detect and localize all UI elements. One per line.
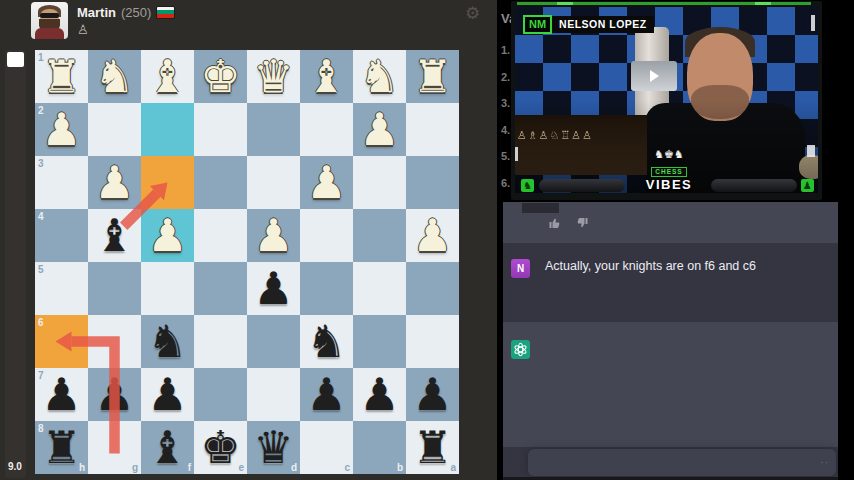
square-f8[interactable]: ♝f — [141, 421, 194, 474]
file-label-f: f — [188, 462, 191, 473]
square-a3[interactable] — [406, 156, 459, 209]
square-e5[interactable] — [194, 262, 247, 315]
rank-label-3: 3 — [38, 158, 44, 169]
white-king[interactable]: ♚ — [194, 50, 247, 103]
evaluation-bar: 9.0 — [5, 50, 26, 478]
square-f2[interactable] — [141, 103, 194, 156]
player-avatar — [31, 2, 68, 39]
video-green-border — [517, 2, 811, 5]
square-c7[interactable]: ♟ — [300, 368, 353, 421]
square-f6[interactable]: ♞ — [141, 315, 194, 368]
move-number: 1. — [501, 44, 510, 56]
square-d4[interactable]: ♟ — [247, 209, 300, 262]
evaluation-bar-white — [7, 52, 24, 67]
square-b1[interactable]: ♞ — [353, 50, 406, 103]
black-knight[interactable]: ♞ — [300, 315, 353, 368]
square-b4[interactable] — [353, 209, 406, 262]
black-pawn[interactable]: ♟ — [141, 368, 194, 421]
streamer-badge: NM NELSON LOPEZ — [523, 15, 654, 34]
square-a2[interactable] — [406, 103, 459, 156]
square-b6[interactable] — [353, 315, 406, 368]
black-knight[interactable]: ♞ — [141, 315, 194, 368]
white-queen[interactable]: ♛ — [247, 50, 300, 103]
black-pawn[interactable]: ♟ — [300, 368, 353, 421]
square-f7[interactable]: ♟ — [141, 368, 194, 421]
white-pawn[interactable]: ♟ — [247, 209, 300, 262]
square-h2[interactable]: ♟2 — [35, 103, 88, 156]
white-pawn[interactable]: ♟ — [353, 103, 406, 156]
black-pawn[interactable]: ♟ — [88, 368, 141, 421]
white-bishop[interactable]: ♝ — [300, 50, 353, 103]
file-label-e: e — [238, 462, 244, 473]
white-bishop[interactable]: ♝ — [141, 50, 194, 103]
square-h5[interactable]: 5 — [35, 262, 88, 315]
square-g8[interactable]: g — [88, 421, 141, 474]
streamer-name: NELSON LOPEZ — [552, 16, 654, 33]
square-g1[interactable]: ♞ — [88, 50, 141, 103]
rank-label-4: 4 — [38, 211, 44, 222]
square-g7[interactable]: ♟ — [88, 368, 141, 421]
square-f5[interactable] — [141, 262, 194, 315]
square-d5[interactable]: ♟ — [247, 262, 300, 315]
square-a5[interactable] — [406, 262, 459, 315]
file-label-h: h — [79, 462, 85, 473]
chess-board[interactable]: ♜1♞♝♚♛♝♞♜♟2♟3♟♟4♝♟♟♟5♟6♞♞♟7♟♟♟♟♟♜8hg♝f♚e… — [35, 50, 459, 474]
square-h6[interactable]: 6 — [35, 315, 88, 368]
square-a4[interactable]: ♟ — [406, 209, 459, 262]
square-a1[interactable]: ♜ — [406, 50, 459, 103]
square-e3[interactable] — [194, 156, 247, 209]
chat-input[interactable]: ·· — [528, 449, 836, 476]
overlay-bar-left — [539, 179, 625, 192]
square-b8[interactable]: b — [353, 421, 406, 474]
chess-vibes-logo: ♞♚♞ CHESS VIBES — [635, 149, 703, 192]
square-a8[interactable]: ♜a — [406, 421, 459, 474]
square-f4[interactable]: ♟ — [141, 209, 194, 262]
square-d2[interactable] — [247, 103, 300, 156]
square-c5[interactable] — [300, 262, 353, 315]
overlay-bar-right — [711, 179, 797, 192]
thumbs-up-icon[interactable] — [548, 216, 562, 230]
nm-title-badge: NM — [523, 15, 552, 34]
gear-icon[interactable]: ⚙ — [465, 3, 480, 23]
square-d3[interactable] — [247, 156, 300, 209]
square-g6[interactable] — [88, 315, 141, 368]
square-g3[interactable]: ♟ — [88, 156, 141, 209]
screen: Martin (250) ♙ 9.0 ♜1♞♝♚♛♝♞♜♟2♟3♟♟4♝♟♟♟5… — [0, 0, 854, 480]
send-icon[interactable]: ·· — [820, 457, 829, 468]
black-pawn[interactable]: ♟ — [247, 262, 300, 315]
white-knight[interactable]: ♞ — [353, 50, 406, 103]
evaluation-score: 9.0 — [8, 461, 22, 472]
chat-panel: N Actually, your knights are on f6 and c… — [503, 202, 838, 480]
square-a7[interactable]: ♟ — [406, 368, 459, 421]
move-number: 3. — [501, 97, 510, 109]
rank-label-6: 6 — [38, 317, 44, 328]
square-d7[interactable] — [247, 368, 300, 421]
square-b2[interactable]: ♟ — [353, 103, 406, 156]
white-pawn[interactable]: ♟ — [406, 209, 459, 262]
square-e2[interactable] — [194, 103, 247, 156]
move-number: 5. — [501, 150, 510, 162]
right-panel: Va 1.2.3.4.5.6. ♙♗♙♘♖♙♙ — [497, 0, 854, 480]
file-label-d: d — [291, 462, 297, 473]
chat-input-row: ·· — [503, 447, 838, 477]
user-message-row: N Actually, your knights are on f6 and c… — [503, 243, 838, 322]
player-rating: (250) — [121, 5, 151, 20]
square-h8[interactable]: ♜8h — [35, 421, 88, 474]
white-pawn[interactable]: ♟ — [300, 156, 353, 209]
white-pawn[interactable]: ♟ — [88, 156, 141, 209]
black-bishop[interactable]: ♝ — [141, 421, 194, 474]
square-f1[interactable]: ♝ — [141, 50, 194, 103]
square-h1[interactable]: ♜1 — [35, 50, 88, 103]
square-h3[interactable]: 3 — [35, 156, 88, 209]
assistant-message-row — [503, 322, 838, 447]
square-e8[interactable]: ♚e — [194, 421, 247, 474]
black-pawn[interactable]: ♟ — [353, 368, 406, 421]
user-avatar: N — [511, 259, 530, 278]
file-label-g: g — [132, 462, 138, 473]
logo-pieces-icon: ♞♚♞ — [635, 149, 703, 160]
square-b3[interactable] — [353, 156, 406, 209]
bulgaria-flag-icon — [157, 7, 174, 18]
rank-label-1: 1 — [38, 52, 44, 63]
square-c1[interactable]: ♝ — [300, 50, 353, 103]
square-e4[interactable] — [194, 209, 247, 262]
white-rook[interactable]: ♜ — [406, 50, 459, 103]
move-number: 6. — [501, 177, 510, 189]
square-g4[interactable]: ♝ — [88, 209, 141, 262]
move-number: 4. — [501, 124, 510, 136]
black-bishop[interactable]: ♝ — [88, 209, 141, 262]
webcam-video-overlay: ♙♗♙♘♖♙♙ NM NELSON LOPEZ ♞ ♟ 5— —9· — [511, 1, 822, 200]
square-c8[interactable]: c — [300, 421, 353, 474]
white-knight[interactable]: ♞ — [88, 50, 141, 103]
square-g2[interactable] — [88, 103, 141, 156]
square-e6[interactable] — [194, 315, 247, 368]
square-c6[interactable]: ♞ — [300, 315, 353, 368]
feedback-row — [503, 202, 838, 243]
square-g5[interactable] — [88, 262, 141, 315]
square-d1[interactable]: ♛ — [247, 50, 300, 103]
square-a6[interactable] — [406, 315, 459, 368]
square-b5[interactable] — [353, 262, 406, 315]
rank-label-5: 5 — [38, 264, 44, 275]
captured-pawn-icon: ♙ — [77, 23, 174, 36]
square-c3[interactable]: ♟ — [300, 156, 353, 209]
square-h7[interactable]: ♟7 — [35, 368, 88, 421]
square-d6[interactable] — [247, 315, 300, 368]
rank-label-8: 8 — [38, 423, 44, 434]
file-label-c: c — [344, 462, 350, 473]
file-label-b: b — [397, 462, 403, 473]
rank-label-2: 2 — [38, 105, 44, 116]
square-f3[interactable] — [141, 156, 194, 209]
openai-logo-icon — [511, 340, 530, 359]
square-h4[interactable]: 4 — [35, 209, 88, 262]
square-e1[interactable]: ♚ — [194, 50, 247, 103]
square-c2[interactable] — [300, 103, 353, 156]
thumbs-down-icon[interactable] — [575, 216, 589, 230]
player-info[interactable]: Martin (250) ♙ — [31, 2, 174, 42]
square-c4[interactable] — [300, 209, 353, 262]
square-b7[interactable]: ♟ — [353, 368, 406, 421]
file-label-a: a — [450, 462, 456, 473]
square-e7[interactable] — [194, 368, 247, 421]
green-piece-icon-right: ♟ — [801, 179, 814, 192]
square-d8[interactable]: ♛d — [247, 421, 300, 474]
green-piece-icon-left: ♞ — [521, 179, 534, 192]
black-pawn[interactable]: ♟ — [406, 368, 459, 421]
white-pawn[interactable]: ♟ — [141, 209, 194, 262]
rank-label-7: 7 — [38, 370, 44, 381]
move-number: 2. — [501, 71, 510, 83]
user-message-text: Actually, your knights are on f6 and c6 — [545, 258, 815, 275]
player-name: Martin — [77, 5, 116, 20]
